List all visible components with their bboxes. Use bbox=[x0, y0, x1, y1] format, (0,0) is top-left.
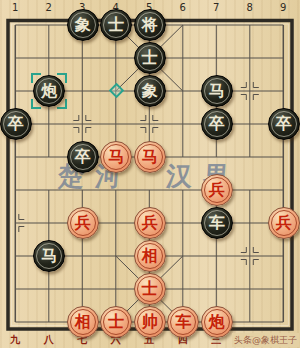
piece-red-horse[interactable]: 马 bbox=[134, 141, 166, 173]
piece-red-horse[interactable]: 马 bbox=[100, 141, 132, 173]
last-move-origin-marker bbox=[108, 83, 124, 99]
piece-red-pawn[interactable]: 兵 bbox=[268, 207, 300, 239]
piece-black-horse[interactable]: 马 bbox=[33, 240, 65, 272]
piece-black-elephant[interactable]: 象 bbox=[67, 9, 99, 41]
piece-black-chariot[interactable]: 车 bbox=[201, 207, 233, 239]
piece-black-advisor[interactable]: 士 bbox=[134, 42, 166, 74]
piece-red-advisor[interactable]: 士 bbox=[100, 306, 132, 338]
xiangqi-board: 楚河 汉界 123456789 九八七六五四三二一 象士将士炮象马卒卒卒卒马马兵… bbox=[0, 0, 300, 348]
piece-red-cannon[interactable]: 炮 bbox=[201, 306, 233, 338]
piece-red-advisor[interactable]: 士 bbox=[134, 273, 166, 305]
piece-black-elephant[interactable]: 象 bbox=[134, 75, 166, 107]
piece-black-cannon[interactable]: 炮 bbox=[33, 75, 65, 107]
piece-red-pawn[interactable]: 兵 bbox=[201, 174, 233, 206]
piece-red-general[interactable]: 帅 bbox=[134, 306, 166, 338]
piece-red-chariot[interactable]: 车 bbox=[167, 306, 199, 338]
watermark: 头条@象棋王子 bbox=[232, 333, 299, 347]
piece-red-elephant[interactable]: 相 bbox=[67, 306, 99, 338]
piece-black-pawn[interactable]: 卒 bbox=[67, 141, 99, 173]
piece-black-pawn[interactable]: 卒 bbox=[201, 108, 233, 140]
pieces-layer: 象士将士炮象马卒卒卒卒马马兵兵兵车兵马相士相士帅车炮 bbox=[0, 8, 300, 338]
piece-black-pawn[interactable]: 卒 bbox=[0, 108, 32, 140]
piece-black-horse[interactable]: 马 bbox=[201, 75, 233, 107]
piece-black-general[interactable]: 将 bbox=[134, 9, 166, 41]
piece-black-pawn[interactable]: 卒 bbox=[268, 108, 300, 140]
piece-red-elephant[interactable]: 相 bbox=[134, 240, 166, 272]
piece-black-advisor[interactable]: 士 bbox=[100, 9, 132, 41]
piece-red-pawn[interactable]: 兵 bbox=[67, 207, 99, 239]
piece-red-pawn[interactable]: 兵 bbox=[134, 207, 166, 239]
